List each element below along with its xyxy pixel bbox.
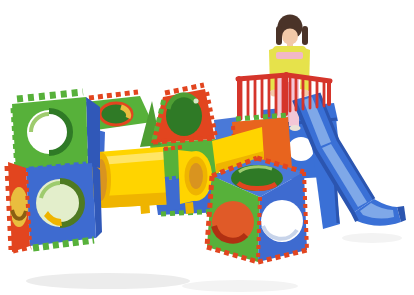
left-cube-stack: [7, 92, 102, 252]
corner-cube: [207, 158, 307, 262]
girl-hair-right: [302, 26, 308, 45]
tunnel-foot: [140, 199, 150, 214]
girl-hair-left: [276, 26, 282, 45]
porthole-glint: [194, 99, 199, 104]
product-photo: [0, 0, 414, 295]
tunnel-end-cap-inner: [189, 163, 203, 189]
tunnel-foot: [185, 202, 194, 214]
playset-illustration: [0, 0, 414, 295]
shadow-left: [26, 273, 190, 289]
shadow-slide: [342, 233, 402, 243]
girl-shirt-band: [276, 52, 303, 59]
girl-right-shoe: [290, 125, 301, 131]
side-panel-hole: [10, 187, 28, 227]
shadow-center: [182, 280, 298, 292]
top-cube-side-face: [86, 97, 100, 168]
girl-face: [282, 29, 298, 45]
girl-shirt: [273, 46, 306, 77]
cube-tabs: [164, 147, 182, 149]
